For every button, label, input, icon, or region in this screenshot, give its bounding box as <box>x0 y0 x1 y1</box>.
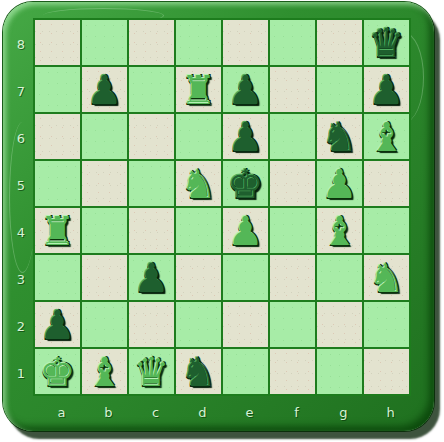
square-h2[interactable] <box>364 302 409 347</box>
black-pawn[interactable]: ♟ <box>223 114 268 159</box>
square-d1[interactable]: ♞ <box>176 349 221 394</box>
square-d7[interactable]: ♜ <box>176 67 221 112</box>
square-h4[interactable] <box>364 208 409 253</box>
white-rook[interactable]: ♜ <box>35 208 80 253</box>
square-d5[interactable]: ♞ <box>176 161 221 206</box>
square-g6[interactable]: ♞ <box>317 114 362 159</box>
file-label-d: d <box>179 400 226 424</box>
square-c1[interactable]: ♛ <box>129 349 174 394</box>
square-b6[interactable] <box>82 114 127 159</box>
square-d8[interactable] <box>176 20 221 65</box>
square-a7[interactable] <box>35 67 80 112</box>
square-f8[interactable] <box>270 20 315 65</box>
square-d3[interactable] <box>176 255 221 300</box>
square-f5[interactable] <box>270 161 315 206</box>
square-g1[interactable] <box>317 349 362 394</box>
square-b3[interactable] <box>82 255 127 300</box>
square-a8[interactable] <box>35 20 80 65</box>
rank-label-8: 8 <box>8 21 34 68</box>
square-b4[interactable] <box>82 208 127 253</box>
square-c5[interactable] <box>129 161 174 206</box>
square-g4[interactable]: ♝ <box>317 208 362 253</box>
square-f4[interactable] <box>270 208 315 253</box>
chess-board: ♛♟♜♟♟♟♞♝♞♚♟♜♟♝♟♞♟♚♝♛♞ <box>33 18 411 396</box>
square-a2[interactable]: ♟ <box>35 302 80 347</box>
rank-label-2: 2 <box>8 303 34 350</box>
white-queen[interactable]: ♛ <box>129 349 174 394</box>
square-f6[interactable] <box>270 114 315 159</box>
square-c6[interactable] <box>129 114 174 159</box>
file-label-e: e <box>226 400 273 424</box>
square-a1[interactable]: ♚ <box>35 349 80 394</box>
square-h3[interactable]: ♞ <box>364 255 409 300</box>
square-c7[interactable] <box>129 67 174 112</box>
white-bishop[interactable]: ♝ <box>364 114 409 159</box>
file-labels: abcdefgh <box>38 400 414 424</box>
square-g2[interactable] <box>317 302 362 347</box>
white-rook[interactable]: ♜ <box>176 67 221 112</box>
square-g7[interactable] <box>317 67 362 112</box>
square-g8[interactable] <box>317 20 362 65</box>
black-pawn[interactable]: ♟ <box>364 67 409 112</box>
square-a3[interactable] <box>35 255 80 300</box>
square-a4[interactable]: ♜ <box>35 208 80 253</box>
white-king[interactable]: ♚ <box>35 349 80 394</box>
file-label-a: a <box>38 400 85 424</box>
rank-label-1: 1 <box>8 350 34 397</box>
square-g3[interactable] <box>317 255 362 300</box>
square-e8[interactable] <box>223 20 268 65</box>
square-c4[interactable] <box>129 208 174 253</box>
square-e6[interactable]: ♟ <box>223 114 268 159</box>
square-f7[interactable] <box>270 67 315 112</box>
rank-label-3: 3 <box>8 256 34 303</box>
square-e5[interactable]: ♚ <box>223 161 268 206</box>
square-f2[interactable] <box>270 302 315 347</box>
white-knight[interactable]: ♞ <box>364 255 409 300</box>
white-knight[interactable]: ♞ <box>176 161 221 206</box>
black-knight[interactable]: ♞ <box>317 114 362 159</box>
white-pawn[interactable]: ♟ <box>317 161 362 206</box>
square-g5[interactable]: ♟ <box>317 161 362 206</box>
white-pawn[interactable]: ♟ <box>223 208 268 253</box>
black-pawn[interactable]: ♟ <box>129 255 174 300</box>
square-f1[interactable] <box>270 349 315 394</box>
square-e1[interactable] <box>223 349 268 394</box>
square-b5[interactable] <box>82 161 127 206</box>
square-b2[interactable] <box>82 302 127 347</box>
black-knight[interactable]: ♞ <box>176 349 221 394</box>
square-b1[interactable]: ♝ <box>82 349 127 394</box>
rank-label-5: 5 <box>8 162 34 209</box>
square-f3[interactable] <box>270 255 315 300</box>
file-label-g: g <box>320 400 367 424</box>
square-e7[interactable]: ♟ <box>223 67 268 112</box>
white-bishop[interactable]: ♝ <box>82 349 127 394</box>
rank-label-7: 7 <box>8 68 34 115</box>
black-queen[interactable]: ♛ <box>364 20 409 65</box>
square-a5[interactable] <box>35 161 80 206</box>
square-d6[interactable] <box>176 114 221 159</box>
rank-labels: 87654321 <box>8 21 34 397</box>
square-h1[interactable] <box>364 349 409 394</box>
square-e4[interactable]: ♟ <box>223 208 268 253</box>
file-label-h: h <box>367 400 414 424</box>
square-h5[interactable] <box>364 161 409 206</box>
rank-label-6: 6 <box>8 115 34 162</box>
square-a6[interactable] <box>35 114 80 159</box>
square-e2[interactable] <box>223 302 268 347</box>
chess-app-window: 87654321 abcdefgh ♛♟♜♟♟♟♞♝♞♚♟♜♟♝♟♞♟♚♝♛♞ <box>0 0 444 442</box>
square-d4[interactable] <box>176 208 221 253</box>
file-label-b: b <box>85 400 132 424</box>
square-b8[interactable] <box>82 20 127 65</box>
white-bishop[interactable]: ♝ <box>317 208 362 253</box>
black-pawn[interactable]: ♟ <box>82 67 127 112</box>
square-d2[interactable] <box>176 302 221 347</box>
square-e3[interactable] <box>223 255 268 300</box>
square-c3[interactable]: ♟ <box>129 255 174 300</box>
black-pawn[interactable]: ♟ <box>223 67 268 112</box>
square-b7[interactable]: ♟ <box>82 67 127 112</box>
black-pawn[interactable]: ♟ <box>35 302 80 347</box>
square-h8[interactable]: ♛ <box>364 20 409 65</box>
rank-label-4: 4 <box>8 209 34 256</box>
black-king[interactable]: ♚ <box>223 161 268 206</box>
square-c8[interactable] <box>129 20 174 65</box>
file-label-c: c <box>132 400 179 424</box>
square-c2[interactable] <box>129 302 174 347</box>
file-label-f: f <box>273 400 320 424</box>
square-h6[interactable]: ♝ <box>364 114 409 159</box>
square-h7[interactable]: ♟ <box>364 67 409 112</box>
